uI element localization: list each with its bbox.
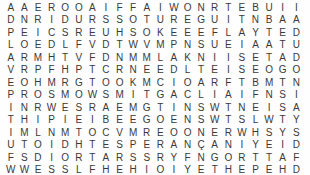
grid-cell[interactable]: A <box>208 139 222 152</box>
grid-cell[interactable]: I <box>208 52 222 65</box>
grid-cell[interactable]: I <box>126 89 140 102</box>
grid-cell[interactable]: I <box>99 2 113 15</box>
grid-cell[interactable]: D <box>289 139 303 152</box>
grid-cell[interactable]: L <box>58 39 72 52</box>
grid-cell[interactable]: O <box>262 64 276 77</box>
grid-cell[interactable]: R <box>18 89 32 102</box>
grid-cell[interactable]: E <box>140 139 154 152</box>
grid-cell[interactable]: S <box>140 152 154 165</box>
grid-cell[interactable]: I <box>167 77 181 90</box>
grid-cell[interactable]: L <box>181 64 195 77</box>
grid-cell[interactable]: S <box>194 102 208 115</box>
grid-cell[interactable]: A <box>167 89 181 102</box>
grid-cell[interactable]: E <box>113 114 127 127</box>
grid-cell[interactable]: U <box>208 39 222 52</box>
grid-cell[interactable]: H <box>72 139 86 152</box>
grid-cell[interactable]: N <box>194 52 208 65</box>
grid-cell[interactable]: E <box>31 2 45 15</box>
grid-cell[interactable]: E <box>167 27 181 40</box>
grid-cell[interactable]: I <box>262 102 276 115</box>
grid-cell[interactable]: A <box>262 39 276 52</box>
grid-cell[interactable]: C <box>45 27 59 40</box>
grid-cell[interactable]: I <box>4 127 18 140</box>
grid-cell[interactable]: T <box>113 39 127 52</box>
grid-cell[interactable]: H <box>45 52 59 65</box>
grid-cell[interactable]: R <box>140 127 154 140</box>
grid-cell[interactable]: B <box>99 114 113 127</box>
grid-cell[interactable]: O <box>181 2 195 15</box>
grid-cell[interactable]: T <box>194 64 208 77</box>
grid-cell[interactable]: E <box>262 164 276 175</box>
grid-cell[interactable]: G <box>72 77 86 90</box>
grid-cell[interactable]: T <box>262 52 276 65</box>
grid-cell[interactable]: U <box>72 14 86 27</box>
grid-cell[interactable]: Y <box>167 152 181 165</box>
grid-cell[interactable]: I <box>235 89 249 102</box>
grid-cell[interactable]: H <box>249 127 263 140</box>
grid-cell[interactable]: F <box>113 2 127 15</box>
grid-cell[interactable]: S <box>58 164 72 175</box>
grid-cell[interactable]: E <box>18 27 32 40</box>
grid-cell[interactable]: T <box>262 152 276 165</box>
grid-cell[interactable]: S <box>235 114 249 127</box>
grid-cell[interactable]: I <box>222 52 236 65</box>
grid-cell[interactable]: N <box>181 139 195 152</box>
grid-cell[interactable]: R <box>113 152 127 165</box>
grid-cell[interactable]: O <box>18 39 32 52</box>
grid-cell[interactable]: A <box>276 14 290 27</box>
grid-cell[interactable]: M <box>126 127 140 140</box>
grid-cell[interactable]: F <box>181 152 195 165</box>
grid-cell[interactable]: T <box>249 152 263 165</box>
grid-cell[interactable]: D <box>58 139 72 152</box>
grid-cell[interactable]: G <box>194 14 208 27</box>
grid-cell[interactable]: S <box>126 152 140 165</box>
grid-cell[interactable]: N <box>181 39 195 52</box>
grid-cell[interactable]: O <box>126 14 140 27</box>
grid-cell[interactable]: P <box>4 89 18 102</box>
grid-cell[interactable]: H <box>222 164 236 175</box>
grid-cell[interactable]: R <box>86 14 100 27</box>
grid-cell[interactable]: E <box>222 39 236 52</box>
grid-cell[interactable]: G <box>140 102 154 115</box>
grid-cell[interactable]: R <box>18 64 32 77</box>
grid-cell[interactable]: W <box>45 102 59 115</box>
grid-cell[interactable]: R <box>18 52 32 65</box>
grid-cell[interactable]: V <box>113 127 127 140</box>
grid-cell[interactable]: E <box>276 27 290 40</box>
grid-cell[interactable]: N <box>113 52 127 65</box>
grid-cell[interactable]: F <box>72 39 86 52</box>
grid-cell[interactable]: T <box>276 114 290 127</box>
grid-cell[interactable]: A <box>249 39 263 52</box>
grid-cell[interactable]: F <box>222 77 236 90</box>
grid-cell[interactable]: P <box>45 114 59 127</box>
grid-cell[interactable]: E <box>208 127 222 140</box>
grid-cell[interactable]: W <box>126 39 140 52</box>
grid-cell[interactable]: R <box>45 2 59 15</box>
grid-cell[interactable]: O <box>181 127 195 140</box>
grid-cell[interactable]: I <box>167 164 181 175</box>
grid-cell[interactable]: V <box>140 39 154 52</box>
grid-cell[interactable]: R <box>208 2 222 15</box>
grid-cell[interactable]: W <box>235 127 249 140</box>
grid-cell[interactable]: T <box>222 2 236 15</box>
grid-cell[interactable]: P <box>31 64 45 77</box>
grid-cell[interactable]: U <box>154 14 168 27</box>
grid-cell[interactable]: M <box>113 89 127 102</box>
grid-cell[interactable]: I <box>140 164 154 175</box>
grid-cell[interactable]: D <box>289 52 303 65</box>
grid-cell[interactable]: A <box>289 102 303 115</box>
grid-cell[interactable]: I <box>235 139 249 152</box>
grid-cell[interactable]: D <box>99 52 113 65</box>
grid-cell[interactable]: Y <box>289 114 303 127</box>
grid-cell[interactable]: E <box>31 39 45 52</box>
grid-cell[interactable]: M <box>140 52 154 65</box>
grid-cell[interactable]: S <box>18 152 32 165</box>
grid-cell[interactable]: E <box>58 102 72 115</box>
grid-cell[interactable]: T <box>276 39 290 52</box>
grid-cell[interactable]: O <box>167 127 181 140</box>
grid-cell[interactable]: G <box>154 89 168 102</box>
grid-cell[interactable]: H <box>99 164 113 175</box>
grid-cell[interactable]: T <box>18 139 32 152</box>
grid-cell[interactable]: A <box>99 102 113 115</box>
grid-cell[interactable]: I <box>31 27 45 40</box>
grid-cell[interactable]: O <box>113 77 127 90</box>
grid-cell[interactable]: O <box>31 89 45 102</box>
grid-cell[interactable]: M <box>262 77 276 90</box>
grid-cell[interactable]: S <box>194 114 208 127</box>
grid-cell[interactable]: M <box>58 89 72 102</box>
grid-cell[interactable]: T <box>72 127 86 140</box>
grid-cell[interactable]: E <box>181 27 195 40</box>
grid-cell[interactable]: K <box>181 52 195 65</box>
grid-cell[interactable]: N <box>262 89 276 102</box>
grid-cell[interactable]: N <box>194 152 208 165</box>
grid-cell[interactable]: R <box>113 64 127 77</box>
grid-cell[interactable]: H <box>18 114 32 127</box>
grid-cell[interactable]: O <box>154 114 168 127</box>
grid-cell[interactable]: C <box>99 64 113 77</box>
grid-cell[interactable]: T <box>86 139 100 152</box>
grid-cell[interactable]: B <box>249 77 263 90</box>
grid-cell[interactable]: N <box>181 102 195 115</box>
grid-cell[interactable]: U <box>208 14 222 27</box>
grid-cell[interactable]: O <box>181 77 195 90</box>
grid-cell[interactable]: D <box>45 39 59 52</box>
grid-cell[interactable]: N <box>194 127 208 140</box>
grid-cell[interactable]: R <box>222 127 236 140</box>
grid-cell[interactable]: I <box>45 14 59 27</box>
grid-cell[interactable]: L <box>72 164 86 175</box>
grid-cell[interactable]: H <box>113 27 127 40</box>
grid-cell[interactable]: O <box>31 139 45 152</box>
grid-cell[interactable]: Y <box>276 127 290 140</box>
grid-cell[interactable]: P <box>167 39 181 52</box>
grid-cell[interactable]: I <box>276 2 290 15</box>
grid-cell[interactable]: T <box>222 114 236 127</box>
grid-cell[interactable]: Y <box>249 27 263 40</box>
grid-cell[interactable]: S <box>113 14 127 27</box>
grid-cell[interactable]: O <box>99 77 113 90</box>
grid-cell[interactable]: A <box>4 2 18 15</box>
grid-cell[interactable]: R <box>154 152 168 165</box>
grid-cell[interactable]: T <box>154 102 168 115</box>
grid-cell[interactable]: B <box>262 14 276 27</box>
grid-cell[interactable]: S <box>235 52 249 65</box>
grid-cell[interactable]: A <box>140 2 154 15</box>
grid-cell[interactable]: M <box>140 77 154 90</box>
grid-cell[interactable]: A <box>99 152 113 165</box>
grid-cell[interactable]: T <box>276 77 290 90</box>
grid-cell[interactable]: G <box>276 64 290 77</box>
grid-cell[interactable]: M <box>58 127 72 140</box>
grid-cell[interactable]: U <box>4 139 18 152</box>
grid-cell[interactable]: S <box>58 27 72 40</box>
grid-cell[interactable]: P <box>249 164 263 175</box>
grid-cell[interactable]: I <box>222 64 236 77</box>
grid-cell[interactable]: S <box>113 139 127 152</box>
grid-cell[interactable]: O <box>58 2 72 15</box>
grid-cell[interactable]: M <box>154 39 168 52</box>
grid-cell[interactable]: F <box>289 152 303 165</box>
grid-cell[interactable]: I <box>167 102 181 115</box>
grid-cell[interactable]: E <box>208 64 222 77</box>
grid-cell[interactable]: A <box>18 2 32 15</box>
grid-cell[interactable]: N <box>249 14 263 27</box>
grid-cell[interactable]: V <box>4 64 18 77</box>
grid-cell[interactable]: N <box>289 77 303 90</box>
grid-cell[interactable]: R <box>235 152 249 165</box>
grid-cell[interactable]: F <box>249 89 263 102</box>
grid-cell[interactable]: S <box>276 102 290 115</box>
grid-cell[interactable]: R <box>72 27 86 40</box>
grid-cell[interactable]: I <box>45 152 59 165</box>
grid-cell[interactable]: T <box>4 114 18 127</box>
grid-cell[interactable]: U <box>262 2 276 15</box>
grid-cell[interactable]: T <box>86 77 100 90</box>
grid-cell[interactable]: E <box>154 64 168 77</box>
grid-cell[interactable]: M <box>126 102 140 115</box>
grid-cell[interactable]: A <box>167 139 181 152</box>
grid-cell[interactable]: E <box>86 27 100 40</box>
word-search-grid[interactable]: ENWEHBNMRMTWHEIOLUSTADAAEROOAIFFAIWONRTE… <box>4 0 303 175</box>
grid-cell[interactable]: E <box>249 102 263 115</box>
grid-cell[interactable]: M <box>126 52 140 65</box>
grid-cell[interactable]: T <box>140 14 154 27</box>
grid-cell[interactable]: E <box>249 64 263 77</box>
grid-cell[interactable]: T <box>235 77 249 90</box>
grid-cell[interactable]: O <box>86 127 100 140</box>
grid-cell[interactable]: E <box>140 64 154 77</box>
grid-cell[interactable]: E <box>72 114 86 127</box>
grid-cell[interactable]: I <box>58 114 72 127</box>
grid-cell[interactable]: S <box>45 164 59 175</box>
grid-cell[interactable]: I <box>222 14 236 27</box>
grid-cell[interactable]: E <box>181 14 195 27</box>
grid-cell[interactable]: V <box>86 39 100 52</box>
grid-cell[interactable]: H <box>276 164 290 175</box>
grid-cell[interactable]: E <box>194 27 208 40</box>
grid-cell[interactable]: M <box>31 52 45 65</box>
grid-cell[interactable]: S <box>235 64 249 77</box>
grid-cell[interactable]: E <box>194 164 208 175</box>
grid-cell[interactable]: R <box>31 102 45 115</box>
grid-cell[interactable]: R <box>58 77 72 90</box>
grid-cell[interactable]: E <box>262 139 276 152</box>
grid-cell[interactable]: K <box>126 77 140 90</box>
grid-cell[interactable]: E <box>31 164 45 175</box>
grid-cell[interactable]: N <box>45 127 59 140</box>
grid-cell[interactable]: R <box>72 152 86 165</box>
grid-cell[interactable]: I <box>235 39 249 52</box>
grid-cell[interactable]: W <box>208 102 222 115</box>
grid-cell[interactable]: P <box>126 139 140 152</box>
grid-cell[interactable]: F <box>4 152 18 165</box>
grid-cell[interactable]: V <box>72 52 86 65</box>
grid-cell[interactable]: F <box>208 27 222 40</box>
grid-cell[interactable]: E <box>249 52 263 65</box>
grid-cell[interactable]: T <box>86 64 100 77</box>
grid-cell[interactable]: W <box>208 114 222 127</box>
grid-cell[interactable]: A <box>167 52 181 65</box>
grid-cell[interactable]: A <box>289 14 303 27</box>
grid-cell[interactable]: U <box>289 39 303 52</box>
grid-cell[interactable]: T <box>262 27 276 40</box>
grid-cell[interactable]: F <box>86 164 100 175</box>
grid-cell[interactable]: S <box>262 127 276 140</box>
grid-cell[interactable]: D <box>99 39 113 52</box>
grid-cell[interactable]: H <box>31 77 45 90</box>
grid-cell[interactable]: S <box>194 39 208 52</box>
grid-cell[interactable]: U <box>99 27 113 40</box>
grid-cell[interactable]: O <box>72 89 86 102</box>
grid-cell[interactable]: Y <box>181 164 195 175</box>
grid-cell[interactable]: O <box>154 164 168 175</box>
grid-cell[interactable]: W <box>18 164 32 175</box>
grid-cell[interactable]: W <box>4 164 18 175</box>
grid-cell[interactable]: I <box>208 89 222 102</box>
grid-cell[interactable]: G <box>140 114 154 127</box>
grid-cell[interactable]: T <box>222 102 236 115</box>
grid-cell[interactable]: A <box>222 89 236 102</box>
grid-cell[interactable]: M <box>45 77 59 90</box>
grid-cell[interactable]: T <box>86 152 100 165</box>
grid-cell[interactable]: R <box>86 102 100 115</box>
grid-cell[interactable]: G <box>208 152 222 165</box>
grid-cell[interactable]: A <box>276 52 290 65</box>
grid-cell[interactable]: A <box>235 27 249 40</box>
grid-cell[interactable]: L <box>154 52 168 65</box>
grid-cell[interactable]: S <box>126 27 140 40</box>
grid-cell[interactable]: I <box>31 114 45 127</box>
grid-cell[interactable]: W <box>86 89 100 102</box>
grid-cell[interactable]: E <box>113 164 127 175</box>
grid-cell[interactable]: O <box>222 152 236 165</box>
grid-cell[interactable]: A <box>86 2 100 15</box>
grid-cell[interactable]: S <box>72 102 86 115</box>
grid-cell[interactable]: N <box>222 139 236 152</box>
grid-cell[interactable]: I <box>289 89 303 102</box>
grid-cell[interactable]: I <box>154 2 168 15</box>
grid-cell[interactable]: C <box>99 127 113 140</box>
grid-cell[interactable]: O <box>140 27 154 40</box>
grid-cell[interactable]: I <box>45 139 59 152</box>
grid-cell[interactable]: L <box>222 27 236 40</box>
grid-cell[interactable]: D <box>31 152 45 165</box>
grid-cell[interactable]: O <box>18 77 32 90</box>
grid-cell[interactable]: I <box>276 139 290 152</box>
grid-cell[interactable]: N <box>18 102 32 115</box>
grid-cell[interactable]: E <box>4 77 18 90</box>
grid-cell[interactable]: I <box>4 102 18 115</box>
grid-cell[interactable]: P <box>4 27 18 40</box>
grid-cell[interactable]: H <box>58 64 72 77</box>
grid-cell[interactable]: A <box>276 152 290 165</box>
grid-cell[interactable]: W <box>262 114 276 127</box>
grid-cell[interactable]: S <box>276 89 290 102</box>
grid-cell[interactable]: N <box>235 102 249 115</box>
grid-cell[interactable]: D <box>289 164 303 175</box>
grid-cell[interactable]: F <box>45 64 59 77</box>
grid-cell[interactable]: L <box>249 114 263 127</box>
grid-cell[interactable]: S <box>99 89 113 102</box>
grid-cell[interactable]: E <box>235 2 249 15</box>
grid-cell[interactable]: O <box>289 64 303 77</box>
grid-cell[interactable]: E <box>126 114 140 127</box>
grid-cell[interactable]: R <box>167 14 181 27</box>
grid-cell[interactable]: A <box>4 52 18 65</box>
grid-cell[interactable]: S <box>289 127 303 140</box>
grid-cell[interactable]: E <box>99 139 113 152</box>
grid-cell[interactable]: N <box>18 14 32 27</box>
grid-cell[interactable]: N <box>194 2 208 15</box>
grid-cell[interactable]: D <box>289 27 303 40</box>
grid-cell[interactable]: E <box>154 127 168 140</box>
grid-cell[interactable]: K <box>154 27 168 40</box>
grid-cell[interactable]: N <box>181 114 195 127</box>
grid-cell[interactable]: E <box>113 102 127 115</box>
grid-cell[interactable]: W <box>167 2 181 15</box>
grid-cell[interactable]: D <box>4 14 18 27</box>
grid-cell[interactable]: M <box>18 127 32 140</box>
grid-cell[interactable]: R <box>154 139 168 152</box>
grid-cell[interactable]: T <box>235 14 249 27</box>
grid-cell[interactable]: E <box>167 114 181 127</box>
grid-cell[interactable]: D <box>167 64 181 77</box>
grid-cell[interactable]: E <box>235 164 249 175</box>
grid-cell[interactable]: T <box>140 89 154 102</box>
grid-cell[interactable]: T <box>208 164 222 175</box>
grid-cell[interactable]: O <box>72 2 86 15</box>
grid-cell[interactable]: L <box>194 89 208 102</box>
grid-cell[interactable]: Ç <box>194 139 208 152</box>
grid-cell[interactable]: S <box>45 89 59 102</box>
grid-cell[interactable]: R <box>208 77 222 90</box>
grid-cell[interactable]: F <box>86 52 100 65</box>
grid-cell[interactable]: A <box>194 77 208 90</box>
grid-cell[interactable]: H <box>126 164 140 175</box>
grid-cell[interactable]: P <box>72 64 86 77</box>
grid-cell[interactable]: R <box>31 14 45 27</box>
grid-cell[interactable]: Y <box>249 139 263 152</box>
grid-cell[interactable]: C <box>154 77 168 90</box>
grid-cell[interactable]: T <box>58 52 72 65</box>
grid-cell[interactable]: C <box>181 89 195 102</box>
grid-cell[interactable]: L <box>31 127 45 140</box>
